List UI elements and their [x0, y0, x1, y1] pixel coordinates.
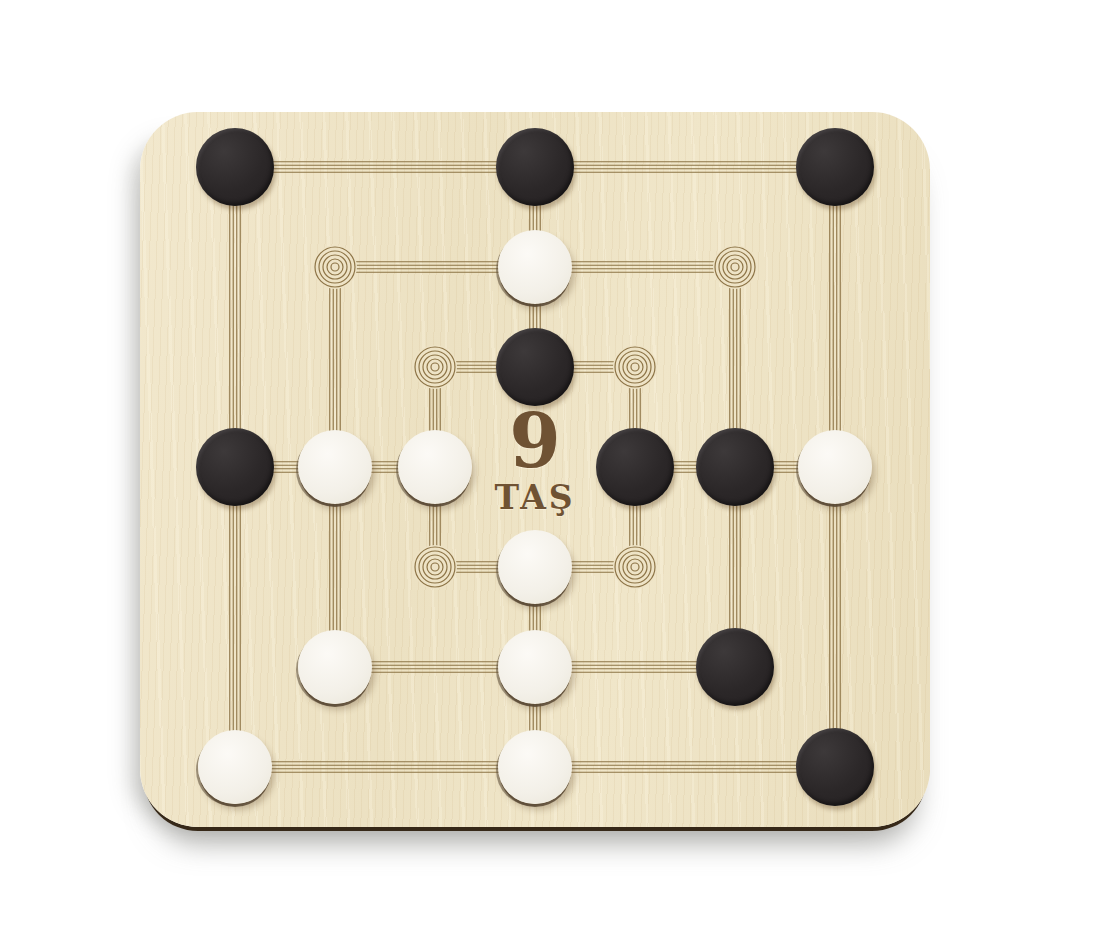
point-f6[interactable]: [711, 243, 759, 291]
black-piece-d5[interactable]: [496, 328, 574, 406]
white-piece-c4[interactable]: [398, 430, 472, 504]
white-piece-d1[interactable]: [498, 730, 572, 804]
black-piece-e4[interactable]: [596, 428, 674, 506]
white-piece-d2[interactable]: [498, 630, 572, 704]
white-piece-a1[interactable]: [198, 730, 272, 804]
black-piece-d7[interactable]: [496, 128, 574, 206]
white-piece-d3[interactable]: [498, 530, 572, 604]
black-piece-g1[interactable]: [796, 728, 874, 806]
photo-stage: 9 TAŞ: [0, 0, 1100, 926]
black-piece-f4[interactable]: [696, 428, 774, 506]
nine-mens-morris-board: 9 TAŞ: [140, 112, 930, 827]
black-piece-g7[interactable]: [796, 128, 874, 206]
point-c5[interactable]: [411, 343, 459, 391]
black-piece-a4[interactable]: [196, 428, 274, 506]
point-e3[interactable]: [611, 543, 659, 591]
point-e5[interactable]: [611, 343, 659, 391]
black-piece-f2[interactable]: [696, 628, 774, 706]
point-c3[interactable]: [411, 543, 459, 591]
white-piece-b2[interactable]: [298, 630, 372, 704]
point-b6[interactable]: [311, 243, 359, 291]
black-piece-a7[interactable]: [196, 128, 274, 206]
white-piece-b4[interactable]: [298, 430, 372, 504]
white-piece-d6[interactable]: [498, 230, 572, 304]
white-piece-g4[interactable]: [798, 430, 872, 504]
